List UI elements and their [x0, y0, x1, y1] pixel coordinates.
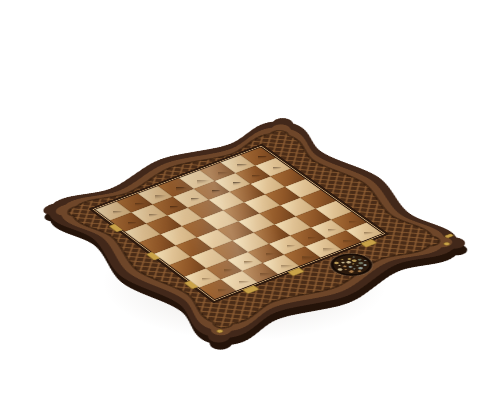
- pawn-glyph: ♟: [241, 147, 264, 178]
- rook-glyph: ♜: [205, 257, 231, 294]
- pawn-glyph: ♟: [179, 171, 202, 203]
- pieces-layer: ♜♞♝♛♚♝♞♜♟♟♟♟♟♟♟♟♟♟♟♟♟♟♟♟♜♞♝♛♚♝♞♜: [44, 119, 463, 341]
- pawn-glyph: ♟: [158, 178, 181, 210]
- chess-board: ♜♞♝♛♚♝♞♜♟♟♟♟♟♟♟♟♟♟♟♟♟♟♟♟♜♞♝♛♚♝♞♜: [44, 119, 463, 341]
- pawn-glyph: ♟: [116, 194, 139, 226]
- pawn-glyph: ♟: [262, 140, 285, 171]
- pawn-glyph: ♟: [221, 155, 244, 187]
- product-photo-stage: ♜♞♝♛♚♝♞♜♟♟♟♟♟♟♟♟♟♟♟♟♟♟♟♟♜♞♝♛♚♝♞♜: [0, 0, 500, 400]
- scene: ♜♞♝♛♚♝♞♜♟♟♟♟♟♟♟♟♟♟♟♟♟♟♟♟♜♞♝♛♚♝♞♜: [0, 0, 500, 400]
- pawn-glyph: ♟: [200, 163, 223, 195]
- pawn-glyph: ♟: [137, 186, 160, 218]
